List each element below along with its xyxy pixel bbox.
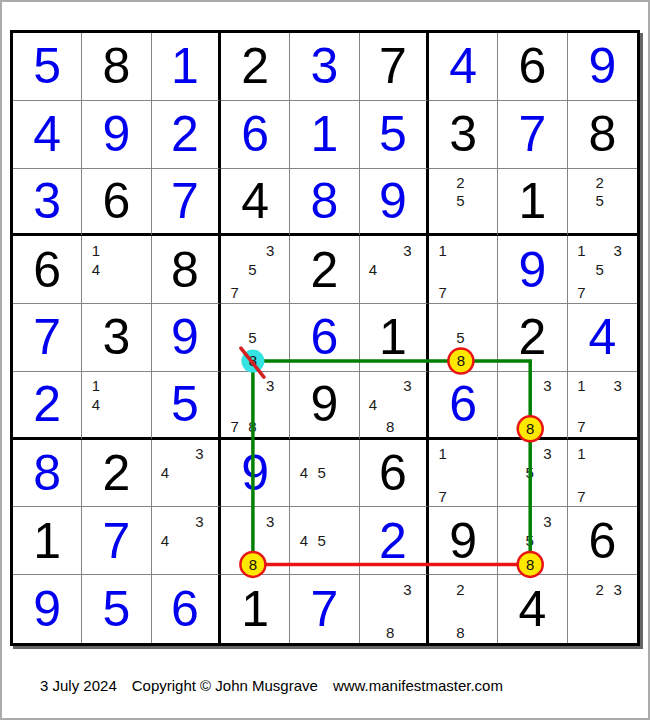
sudoku-page: 5812374694926153783674892512561483572341… xyxy=(0,0,650,720)
cell-value: 4 xyxy=(429,33,497,100)
cell-r1c9[interactable]: 9 xyxy=(568,33,637,101)
pencil-mark: 8 xyxy=(248,556,256,571)
cell-r8c6[interactable]: 2 xyxy=(360,507,429,575)
pencil-mark: 5 xyxy=(248,262,256,277)
pencil-mark: 3 xyxy=(266,513,274,528)
pencil-mark: 1 xyxy=(92,377,100,392)
cell-r6c7[interactable]: 6 xyxy=(429,372,498,440)
cell-r3c6[interactable]: 9 xyxy=(360,169,429,237)
cell-r1c1[interactable]: 5 xyxy=(13,33,82,101)
cell-value: 1 xyxy=(360,304,426,371)
cell-r2c3[interactable]: 2 xyxy=(152,101,221,169)
pencil-mark: 3 xyxy=(403,242,411,257)
pencil-mark: 5 xyxy=(526,533,534,548)
cell-value: 3 xyxy=(82,304,150,371)
cell-r2c2[interactable]: 9 xyxy=(82,101,151,169)
cell-r9c9[interactable]: 23 xyxy=(568,575,637,643)
cell-r8c1[interactable]: 1 xyxy=(13,507,82,575)
cell-value: 6 xyxy=(221,101,289,168)
cell-value: 3 xyxy=(290,33,358,100)
cell-r5c7[interactable]: 58 xyxy=(429,304,498,372)
cell-r8c8[interactable]: 358 xyxy=(498,507,567,575)
cell-value: 4 xyxy=(13,101,81,168)
pencil-mark: 8 xyxy=(248,353,256,368)
pencil-mark: 7 xyxy=(577,419,585,434)
cell-r2c5[interactable]: 1 xyxy=(290,101,359,169)
cell-r7c1[interactable]: 8 xyxy=(13,440,82,508)
cell-r7c6[interactable]: 6 xyxy=(360,440,429,508)
cell-r7c9[interactable]: 17 xyxy=(568,440,637,508)
cell-value: 5 xyxy=(82,575,150,643)
cell-r6c9[interactable]: 137 xyxy=(568,372,637,440)
cell-r6c6[interactable]: 348 xyxy=(360,372,429,440)
pencil-mark: 3 xyxy=(543,513,551,528)
cell-r4c4[interactable]: 357 xyxy=(221,236,290,304)
pencil-mark: 1 xyxy=(92,242,100,257)
cell-value: 4 xyxy=(568,304,637,371)
pencil-mark: 2 xyxy=(456,581,464,596)
pencil-mark: 8 xyxy=(526,556,534,571)
pencil-mark: 1 xyxy=(438,446,446,461)
pencil-mark: 7 xyxy=(230,285,238,300)
cell-value: 6 xyxy=(290,304,358,371)
cell-value: 9 xyxy=(290,372,358,437)
pencil-mark: 1 xyxy=(577,242,585,257)
pencil-mark: 8 xyxy=(456,625,464,640)
cell-value: 7 xyxy=(82,507,150,574)
cell-r3c4[interactable]: 4 xyxy=(221,169,290,237)
cell-r5c4[interactable]: 58 xyxy=(221,304,290,372)
cell-r6c3[interactable]: 5 xyxy=(152,372,221,440)
pencil-mark: 4 xyxy=(161,533,169,548)
cell-r8c3[interactable]: 34 xyxy=(152,507,221,575)
pencil-mark: 3 xyxy=(266,242,274,257)
cell-value: 6 xyxy=(568,507,637,574)
pencil-mark: 7 xyxy=(438,285,446,300)
cell-value: 9 xyxy=(498,236,566,303)
cell-r3c1[interactable]: 3 xyxy=(13,169,82,237)
pencil-mark: 4 xyxy=(92,262,100,277)
pencil-mark: 2 xyxy=(456,174,464,189)
cell-value: 9 xyxy=(568,33,637,100)
cell-value: 9 xyxy=(152,304,218,371)
pencil-mark: 3 xyxy=(543,377,551,392)
cell-value: 3 xyxy=(429,101,497,168)
cell-value: 5 xyxy=(13,33,81,100)
pencil-mark: 3 xyxy=(543,446,551,461)
pencil-mark: 3 xyxy=(195,513,203,528)
pencil-mark: 7 xyxy=(577,285,585,300)
pencil-mark: 5 xyxy=(248,329,256,344)
cell-r6c1[interactable]: 2 xyxy=(13,372,82,440)
cell-value: 8 xyxy=(152,236,218,303)
footer: 3 July 2024 Copyright © John Musgrave ww… xyxy=(40,677,503,694)
cell-value: 1 xyxy=(290,101,358,168)
cell-value: 1 xyxy=(221,575,289,643)
cell-value: 9 xyxy=(221,440,289,507)
cell-r7c5[interactable]: 45 xyxy=(290,440,359,508)
cell-value: 6 xyxy=(429,372,497,437)
pencil-mark: 3 xyxy=(613,377,621,392)
pencil-mark: 4 xyxy=(300,465,308,480)
cell-r9c6[interactable]: 38 xyxy=(360,575,429,643)
cell-r6c2[interactable]: 14 xyxy=(82,372,151,440)
cell-r8c4[interactable]: 38 xyxy=(221,507,290,575)
cell-r5c9[interactable]: 4 xyxy=(568,304,637,372)
cell-r5c1[interactable]: 7 xyxy=(13,304,82,372)
pencil-mark: 5 xyxy=(526,465,534,480)
cell-r4c8[interactable]: 9 xyxy=(498,236,567,304)
cell-value: 2 xyxy=(82,440,150,507)
pencil-mark: 4 xyxy=(92,396,100,411)
cell-r5c8[interactable]: 2 xyxy=(498,304,567,372)
cell-value: 6 xyxy=(360,440,426,507)
cell-r4c2[interactable]: 14 xyxy=(82,236,151,304)
cell-r8c9[interactable]: 6 xyxy=(568,507,637,575)
cell-value: 1 xyxy=(498,169,566,234)
footer-website: www.manifestmaster.com xyxy=(333,677,503,694)
cell-value: 7 xyxy=(498,101,566,168)
cell-value: 6 xyxy=(82,169,150,234)
cell-value: 1 xyxy=(152,33,218,100)
pencil-mark: 8 xyxy=(456,353,464,368)
cell-r5c2[interactable]: 3 xyxy=(82,304,151,372)
cell-r2c9[interactable]: 8 xyxy=(568,101,637,169)
pencil-mark: 3 xyxy=(266,377,274,392)
cell-r9c5[interactable]: 7 xyxy=(290,575,359,643)
cell-r1c4[interactable]: 2 xyxy=(221,33,290,101)
cell-r1c2[interactable]: 8 xyxy=(82,33,151,101)
cell-value: 2 xyxy=(498,304,566,371)
cell-r7c8[interactable]: 35 xyxy=(498,440,567,508)
cell-r9c2[interactable]: 5 xyxy=(82,575,151,643)
cell-r3c2[interactable]: 6 xyxy=(82,169,151,237)
pencil-mark: 8 xyxy=(386,419,394,434)
cell-r8c7[interactable]: 9 xyxy=(429,507,498,575)
cell-r1c3[interactable]: 1 xyxy=(152,33,221,101)
pencil-mark: 4 xyxy=(369,396,377,411)
cell-r1c8[interactable]: 6 xyxy=(498,33,567,101)
cell-value: 4 xyxy=(498,575,566,643)
pencil-mark: 1 xyxy=(438,242,446,257)
cell-value: 2 xyxy=(152,101,218,168)
cell-r2c1[interactable]: 4 xyxy=(13,101,82,169)
cell-r7c3[interactable]: 34 xyxy=(152,440,221,508)
cell-value: 3 xyxy=(13,169,81,234)
pencil-mark: 5 xyxy=(456,329,464,344)
cell-r2c7[interactable]: 3 xyxy=(429,101,498,169)
pencil-mark: 3 xyxy=(403,581,411,596)
cell-value: 7 xyxy=(360,33,426,100)
cell-value: 7 xyxy=(13,304,81,371)
cell-r1c6[interactable]: 7 xyxy=(360,33,429,101)
cell-r4c5[interactable]: 2 xyxy=(290,236,359,304)
cell-value: 9 xyxy=(82,101,150,168)
pencil-mark: 5 xyxy=(318,465,326,480)
pencil-mark: 8 xyxy=(248,419,256,434)
pencil-mark: 2 xyxy=(595,581,603,596)
cell-value: 1 xyxy=(13,507,81,574)
cell-r7c7[interactable]: 17 xyxy=(429,440,498,508)
cell-r3c8[interactable]: 1 xyxy=(498,169,567,237)
pencil-mark: 8 xyxy=(386,625,394,640)
cell-r5c3[interactable]: 9 xyxy=(152,304,221,372)
cell-value: 2 xyxy=(360,507,426,574)
pencil-mark: 3 xyxy=(195,446,203,461)
cell-value: 9 xyxy=(360,169,426,234)
cell-r4c3[interactable]: 8 xyxy=(152,236,221,304)
sudoku-board: 5812374694926153783674892512561483572341… xyxy=(10,30,640,646)
cell-value: 8 xyxy=(290,169,358,234)
cell-value: 7 xyxy=(290,575,358,643)
cell-r7c4[interactable]: 9 xyxy=(221,440,290,508)
footer-copyright: Copyright © John Musgrave xyxy=(132,677,318,694)
cell-value: 2 xyxy=(221,33,289,100)
cell-value: 6 xyxy=(498,33,566,100)
cell-r9c1[interactable]: 9 xyxy=(13,575,82,643)
cell-r3c3[interactable]: 7 xyxy=(152,169,221,237)
cell-r5c5[interactable]: 6 xyxy=(290,304,359,372)
cell-value: 2 xyxy=(13,372,81,437)
cell-value: 8 xyxy=(568,101,637,168)
cell-value: 2 xyxy=(290,236,358,303)
footer-date: 3 July 2024 xyxy=(40,677,117,694)
pencil-mark: 3 xyxy=(613,581,621,596)
pencil-mark: 3 xyxy=(403,377,411,392)
cell-r1c7[interactable]: 4 xyxy=(429,33,498,101)
cell-value: 8 xyxy=(13,440,81,507)
cell-r3c7[interactable]: 25 xyxy=(429,169,498,237)
cell-r2c4[interactable]: 6 xyxy=(221,101,290,169)
cell-r8c2[interactable]: 7 xyxy=(82,507,151,575)
cell-r3c9[interactable]: 25 xyxy=(568,169,637,237)
pencil-mark: 4 xyxy=(369,262,377,277)
cell-value: 9 xyxy=(13,575,81,643)
cell-r4c9[interactable]: 1357 xyxy=(568,236,637,304)
pencil-mark: 4 xyxy=(161,465,169,480)
cell-r9c8[interactable]: 4 xyxy=(498,575,567,643)
cell-r5c6[interactable]: 1 xyxy=(360,304,429,372)
cell-r4c6[interactable]: 34 xyxy=(360,236,429,304)
cell-r8c5[interactable]: 45 xyxy=(290,507,359,575)
cell-r6c4[interactable]: 378 xyxy=(221,372,290,440)
cell-r4c7[interactable]: 17 xyxy=(429,236,498,304)
cell-r9c3[interactable]: 6 xyxy=(152,575,221,643)
cell-r1c5[interactable]: 3 xyxy=(290,33,359,101)
cell-value: 6 xyxy=(13,236,81,303)
cell-value: 7 xyxy=(152,169,218,234)
cell-r6c5[interactable]: 9 xyxy=(290,372,359,440)
cell-value: 6 xyxy=(152,575,218,643)
cell-r7c2[interactable]: 2 xyxy=(82,440,151,508)
pencil-mark: 8 xyxy=(526,419,534,434)
pencil-mark: 7 xyxy=(230,419,238,434)
cell-r9c4[interactable]: 1 xyxy=(221,575,290,643)
pencil-mark: 3 xyxy=(613,242,621,257)
pencil-mark: 5 xyxy=(595,262,603,277)
cell-value: 5 xyxy=(360,101,426,168)
pencil-mark: 4 xyxy=(300,533,308,548)
cell-r2c6[interactable]: 5 xyxy=(360,101,429,169)
pencil-mark: 7 xyxy=(438,488,446,503)
cell-value: 5 xyxy=(152,372,218,437)
cell-r2c8[interactable]: 7 xyxy=(498,101,567,169)
pencil-mark: 5 xyxy=(318,533,326,548)
pencil-mark: 7 xyxy=(577,488,585,503)
cell-r9c7[interactable]: 28 xyxy=(429,575,498,643)
pencil-mark: 1 xyxy=(577,377,585,392)
cell-value: 9 xyxy=(429,507,497,574)
cell-r3c5[interactable]: 8 xyxy=(290,169,359,237)
pencil-mark: 5 xyxy=(595,193,603,208)
cell-r4c1[interactable]: 6 xyxy=(13,236,82,304)
pencil-mark: 1 xyxy=(577,446,585,461)
pencil-mark: 5 xyxy=(456,193,464,208)
cell-value: 4 xyxy=(221,169,289,234)
cell-r6c8[interactable]: 38 xyxy=(498,372,567,440)
cell-value: 8 xyxy=(82,33,150,100)
pencil-mark: 2 xyxy=(595,174,603,189)
